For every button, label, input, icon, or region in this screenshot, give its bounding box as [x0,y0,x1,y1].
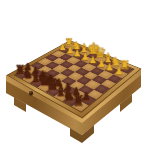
drawer-knob-icon [29,91,33,95]
black-rook[interactable]: ♜ [72,94,84,108]
chess-set-photo: ♜♞♝♚♛♝♞♜♟♟♟♟♟♟♟♟♟♟♟♟♟♟♟♟♜♞♝♚♛♝♞♜ [0,0,150,150]
white-pawn[interactable]: ♟ [113,66,124,76]
